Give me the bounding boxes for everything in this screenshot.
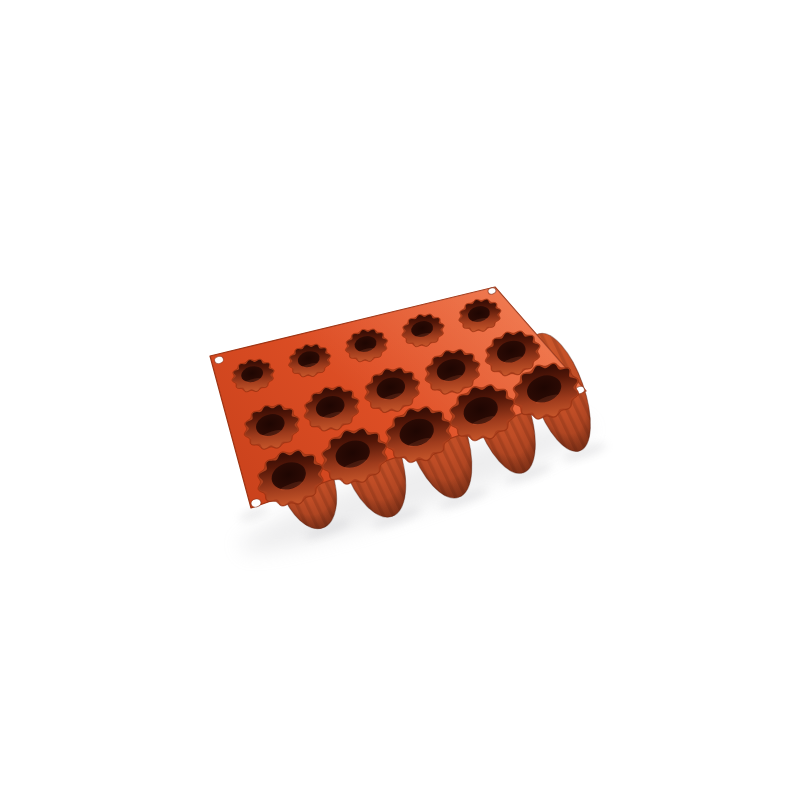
product-photo: [0, 0, 800, 800]
mold-illustration: [0, 0, 800, 800]
